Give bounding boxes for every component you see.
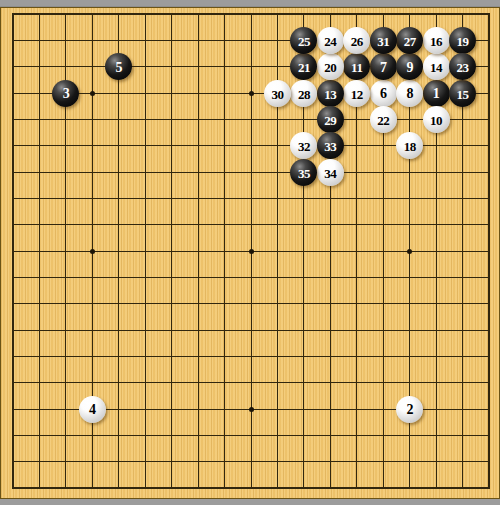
move-number: 18: [404, 140, 416, 153]
move-number: 2: [406, 403, 413, 417]
move-number: 34: [324, 166, 336, 179]
move-number: 29: [324, 113, 336, 126]
move-number: 30: [271, 87, 283, 100]
move-number: 25: [298, 34, 310, 47]
move-number: 3: [63, 87, 70, 101]
star-point: [90, 91, 95, 96]
move-number: 26: [351, 34, 363, 47]
go-board: 1234567891011121314151618192021222324252…: [0, 7, 500, 499]
stone-black-35: 35: [290, 159, 317, 186]
stone-white-12: 12: [343, 80, 370, 107]
star-point: [90, 249, 95, 254]
stone-black-15: 15: [449, 80, 476, 107]
grid-hline: [12, 330, 490, 331]
stone-white-32: 32: [290, 132, 317, 159]
stone-black-33: 33: [317, 132, 344, 159]
star-point: [249, 407, 254, 412]
star-point: [249, 249, 254, 254]
grid-hline: [12, 461, 490, 462]
move-number: 33: [324, 140, 336, 153]
move-number: 7: [380, 60, 387, 74]
top-gray-strip: [0, 0, 500, 7]
move-number: 19: [457, 34, 469, 47]
grid-hline: [12, 382, 490, 383]
move-number: 16: [430, 34, 442, 47]
grid-hline: [12, 356, 490, 357]
stone-black-13: 13: [317, 80, 344, 107]
grid-vline: [488, 13, 490, 489]
stone-white-16: 16: [423, 27, 450, 54]
stone-white-22: 22: [370, 106, 397, 133]
move-number: 32: [298, 140, 310, 153]
stone-white-2: 2: [396, 396, 423, 423]
stone-black-23: 23: [449, 53, 476, 80]
stone-black-31: 31: [370, 27, 397, 54]
stone-white-20: 20: [317, 53, 344, 80]
stone-black-5: 5: [105, 53, 132, 80]
move-number: 27: [404, 34, 416, 47]
move-number: 9: [406, 60, 413, 74]
grid-hline: [12, 303, 490, 304]
stone-white-24: 24: [317, 27, 344, 54]
stone-black-27: 27: [396, 27, 423, 54]
stone-white-30: 30: [264, 80, 291, 107]
grid-hline: [12, 487, 490, 489]
go-kifu-diagram: 1234567891011121314151618192021222324252…: [0, 0, 500, 505]
stone-black-1: 1: [423, 80, 450, 107]
move-number: 31: [377, 34, 389, 47]
move-number: 20: [324, 61, 336, 74]
move-number: 21: [298, 61, 310, 74]
move-number: 10: [430, 113, 442, 126]
stone-black-7: 7: [370, 53, 397, 80]
move-number: 13: [324, 87, 336, 100]
move-number: 23: [457, 61, 469, 74]
move-number: 28: [298, 87, 310, 100]
move-number: 11: [351, 61, 362, 74]
stone-white-8: 8: [396, 80, 423, 107]
star-point: [249, 91, 254, 96]
move-number: 14: [430, 61, 442, 74]
move-number: 22: [377, 113, 389, 126]
move-number: 15: [457, 87, 469, 100]
move-number: 4: [89, 403, 96, 417]
stone-white-26: 26: [343, 27, 370, 54]
star-point: [407, 249, 412, 254]
stone-white-14: 14: [423, 53, 450, 80]
grid-hline: [12, 435, 490, 436]
move-number: 1: [433, 87, 440, 101]
stone-black-9: 9: [396, 53, 423, 80]
move-number: 24: [324, 34, 336, 47]
stone-white-18: 18: [396, 132, 423, 159]
stone-white-6: 6: [370, 80, 397, 107]
stone-black-3: 3: [52, 80, 79, 107]
stone-white-10: 10: [423, 106, 450, 133]
move-number: 8: [406, 87, 413, 101]
stone-black-29: 29: [317, 106, 344, 133]
stone-black-21: 21: [290, 53, 317, 80]
bottom-gray-strip: [0, 499, 500, 505]
stone-white-28: 28: [290, 80, 317, 107]
move-number: 35: [298, 166, 310, 179]
stone-white-34: 34: [317, 159, 344, 186]
stone-black-25: 25: [290, 27, 317, 54]
move-number: 12: [351, 87, 363, 100]
stone-black-19: 19: [449, 27, 476, 54]
grid-hline: [12, 277, 490, 278]
move-number: 5: [116, 60, 123, 74]
move-number: 6: [380, 87, 387, 101]
stone-black-11: 11: [343, 53, 370, 80]
stone-white-4: 4: [79, 396, 106, 423]
